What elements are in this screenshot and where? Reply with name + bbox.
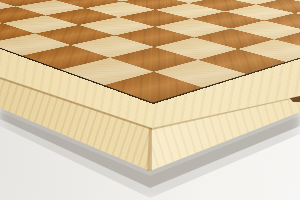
chess-board xyxy=(0,0,300,104)
chessboard-photo xyxy=(0,0,300,200)
board-scene xyxy=(0,0,300,200)
